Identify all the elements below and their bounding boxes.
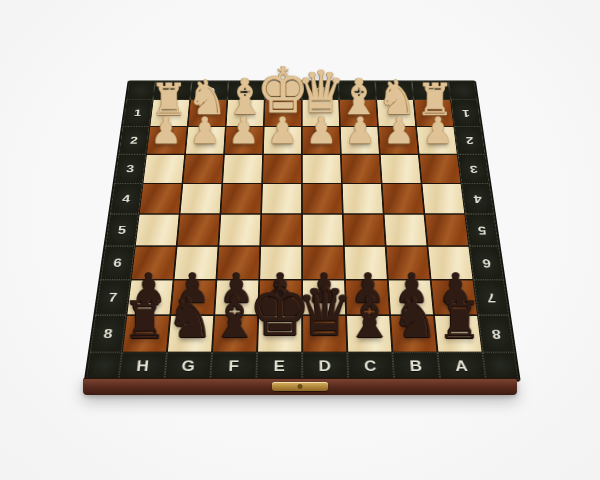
square-f1: ♝ xyxy=(226,100,265,127)
square-g7: ♟ xyxy=(170,280,216,315)
frame-left-cell: 8 xyxy=(90,315,127,352)
coordinate-label: 2 xyxy=(465,135,474,145)
square-h3 xyxy=(143,154,186,183)
square-h8: ♜ xyxy=(122,315,171,352)
frame-top-cell: H xyxy=(153,81,192,99)
coordinate-label: 6 xyxy=(113,257,123,269)
square-h6 xyxy=(131,246,177,280)
square-c7: ♟ xyxy=(345,280,390,315)
coordinate-label: 1 xyxy=(133,108,142,117)
coordinate-label: G xyxy=(181,359,196,374)
frame-corner xyxy=(449,81,478,99)
coordinate-label: D xyxy=(315,86,326,96)
coordinate-label: B xyxy=(389,86,400,96)
frame-top-cell: C xyxy=(338,81,376,99)
square-a7: ♟ xyxy=(431,280,478,315)
square-d6 xyxy=(302,246,345,280)
frame-left-cell: 7 xyxy=(95,280,130,315)
square-c4 xyxy=(342,183,384,214)
square-a5 xyxy=(424,214,469,246)
coordinate-label: 4 xyxy=(121,193,131,204)
frame-top-cell: A xyxy=(412,81,451,99)
square-e5 xyxy=(260,214,302,246)
square-b5 xyxy=(384,214,428,246)
frame-bottom-cell: H xyxy=(118,352,166,380)
square-d5 xyxy=(302,214,344,246)
square-h1: ♜ xyxy=(150,100,191,127)
square-b1: ♞ xyxy=(376,100,416,127)
coordinate-label: C xyxy=(352,86,363,96)
frame-corner xyxy=(86,352,122,380)
frame-right-cell: 4 xyxy=(461,183,494,214)
coordinate-label: 8 xyxy=(491,327,502,340)
coordinate-label: 5 xyxy=(477,224,487,235)
chess-board: HGFEDCBA1♜♞♝♚♛♝♞♜12♟♟♟♟♟♟♟♟2334455667♟♟♟… xyxy=(84,80,521,381)
square-c6 xyxy=(344,246,388,280)
board-scene: HGFEDCBA1♜♞♝♚♛♝♞♜12♟♟♟♟♟♟♟♟2334455667♟♟♟… xyxy=(0,0,600,480)
frame-left-cell: 1 xyxy=(123,100,153,127)
coordinate-label: E xyxy=(278,86,288,96)
coordinate-label: 1 xyxy=(461,108,470,117)
frame-right-cell: 7 xyxy=(473,280,509,315)
square-c8: ♝ xyxy=(346,315,392,352)
frame-right-cell: 8 xyxy=(478,315,515,352)
square-c3 xyxy=(341,154,382,183)
square-b3 xyxy=(380,154,422,183)
frame-left-cell: 5 xyxy=(105,214,139,246)
square-a4 xyxy=(422,183,466,214)
square-d2: ♟ xyxy=(302,126,341,154)
square-f3 xyxy=(222,154,263,183)
square-b6 xyxy=(386,246,431,280)
coordinate-label: B xyxy=(409,359,423,374)
coordinate-label: 3 xyxy=(469,164,479,174)
coordinate-label: F xyxy=(242,86,251,96)
frame-bottom-cell: F xyxy=(210,352,257,380)
frame-right-cell: 3 xyxy=(458,154,490,183)
square-g5 xyxy=(177,214,221,246)
frame-bottom-cell: A xyxy=(438,352,487,380)
frame-bottom-cell: D xyxy=(302,352,348,380)
frame-top-cell: G xyxy=(190,81,228,99)
square-b2: ♟ xyxy=(378,126,419,154)
square-c1: ♝ xyxy=(339,100,378,127)
square-a6 xyxy=(427,246,473,280)
coordinate-label: E xyxy=(273,359,285,374)
frame-corner xyxy=(126,81,155,99)
square-g4 xyxy=(180,183,223,214)
coordinate-label: 5 xyxy=(117,224,127,235)
square-e1: ♚ xyxy=(264,100,302,127)
square-h4 xyxy=(139,183,183,214)
square-e7: ♟ xyxy=(258,280,302,315)
square-h2: ♟ xyxy=(146,126,188,154)
square-b4 xyxy=(382,183,425,214)
square-f6 xyxy=(216,246,260,280)
square-h7: ♟ xyxy=(126,280,173,315)
square-a3 xyxy=(419,154,462,183)
frame-right-cell: 1 xyxy=(451,100,481,127)
square-e3 xyxy=(262,154,302,183)
square-g8: ♞ xyxy=(167,315,214,352)
frame-right-cell: 5 xyxy=(465,214,499,246)
frame-bottom-cell: B xyxy=(392,352,440,380)
frame-corner xyxy=(483,352,519,380)
frame-bottom-cell: C xyxy=(347,352,394,380)
square-b8: ♞ xyxy=(390,315,437,352)
square-a2: ♟ xyxy=(416,126,458,154)
coordinate-label: A xyxy=(454,359,468,374)
frame-left-cell: 3 xyxy=(114,154,146,183)
frame-bottom-cell: E xyxy=(256,352,302,380)
square-h5 xyxy=(135,214,180,246)
square-d8: ♛ xyxy=(302,315,347,352)
coordinate-label: F xyxy=(228,359,240,374)
frame-left-cell: 4 xyxy=(110,183,143,214)
coordinate-label: G xyxy=(203,86,215,96)
square-f8: ♝ xyxy=(212,315,258,352)
frame-top-cell: E xyxy=(265,81,302,99)
frame-bottom-cell: G xyxy=(164,352,212,380)
square-e4 xyxy=(261,183,302,214)
square-b7: ♟ xyxy=(388,280,434,315)
square-d3 xyxy=(302,154,342,183)
square-d7: ♟ xyxy=(302,280,346,315)
coordinate-label: H xyxy=(136,359,150,374)
coordinate-label: 7 xyxy=(486,291,497,304)
coordinate-label: H xyxy=(167,86,178,96)
square-e8: ♚ xyxy=(257,315,302,352)
coordinate-label: 2 xyxy=(130,135,139,145)
square-f7: ♟ xyxy=(214,280,259,315)
frame-top-cell: D xyxy=(302,81,339,99)
frame-right-cell: 6 xyxy=(469,246,504,280)
square-f4 xyxy=(220,183,262,214)
frame-left-cell: 2 xyxy=(119,126,150,154)
square-e6 xyxy=(259,246,302,280)
product-photo-stage: HGFEDCBA1♜♞♝♚♛♝♞♜12♟♟♟♟♟♟♟♟2334455667♟♟♟… xyxy=(0,0,600,480)
square-g2: ♟ xyxy=(185,126,226,154)
frame-top-cell: B xyxy=(375,81,413,99)
coordinate-label: 8 xyxy=(103,327,114,340)
square-d4 xyxy=(302,183,343,214)
frame-right-cell: 2 xyxy=(454,126,485,154)
square-f5 xyxy=(218,214,261,246)
coordinate-label: 4 xyxy=(473,193,483,204)
coordinate-label: 3 xyxy=(126,164,136,174)
square-e2: ♟ xyxy=(263,126,302,154)
square-g1: ♞ xyxy=(188,100,228,127)
square-g3 xyxy=(182,154,224,183)
coordinate-label: 7 xyxy=(108,291,119,304)
square-d1: ♛ xyxy=(302,100,340,127)
frame-top-cell: F xyxy=(227,81,265,99)
square-f2: ♟ xyxy=(224,126,264,154)
coordinate-label: C xyxy=(364,359,378,374)
box-front-side xyxy=(83,378,517,395)
brass-clasp-icon xyxy=(272,382,328,391)
coordinate-label: A xyxy=(425,86,436,96)
square-c2: ♟ xyxy=(340,126,380,154)
frame-left-cell: 6 xyxy=(100,246,134,280)
square-c5 xyxy=(343,214,386,246)
coordinate-label: D xyxy=(319,359,332,374)
square-a8: ♜ xyxy=(434,315,483,352)
square-g6 xyxy=(174,246,219,280)
square-a1: ♜ xyxy=(414,100,455,127)
coordinate-label: 6 xyxy=(481,257,491,269)
